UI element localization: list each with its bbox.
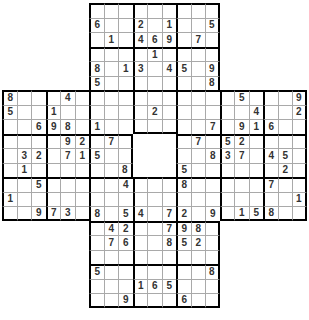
cell-r11c1[interactable] xyxy=(2,148,17,163)
cell-r10c1[interactable] xyxy=(2,134,17,149)
cell-r14c15[interactable] xyxy=(205,192,220,207)
cell-r1c14[interactable] xyxy=(191,3,206,18)
cell-r18c12[interactable] xyxy=(162,250,177,265)
cell-r8c17[interactable] xyxy=(234,105,249,120)
cell-r7c12[interactable] xyxy=(162,90,177,105)
center-hole-cell xyxy=(133,134,148,149)
cell-r7c6[interactable] xyxy=(75,90,90,105)
given-cell-r2c10: 2 xyxy=(133,18,148,33)
cell-r18c11[interactable] xyxy=(147,250,162,265)
cell-r14c4[interactable] xyxy=(46,192,61,207)
cell-r9c8[interactable] xyxy=(104,119,119,134)
outside-cell xyxy=(292,293,307,308)
cell-r18c14[interactable] xyxy=(191,250,206,265)
cell-r2c9[interactable] xyxy=(118,18,133,33)
cell-r19c8[interactable] xyxy=(104,264,119,279)
cell-r8c20[interactable] xyxy=(278,105,293,120)
cell-r21c8[interactable] xyxy=(104,293,119,308)
cell-r10c21[interactable] xyxy=(292,134,307,149)
outside-cell xyxy=(17,61,32,76)
cell-r12c1[interactable] xyxy=(2,163,17,178)
cell-r15c21[interactable] xyxy=(292,206,307,221)
outside-cell xyxy=(17,250,32,265)
cell-r15c8[interactable] xyxy=(104,206,119,221)
given-cell-r21c13: 6 xyxy=(176,293,191,308)
cell-r7c4[interactable] xyxy=(46,90,61,105)
given-cell-r14c21: 1 xyxy=(292,192,307,207)
cell-r14c8[interactable] xyxy=(104,192,119,207)
cell-r7c11[interactable] xyxy=(147,90,162,105)
outside-cell xyxy=(292,264,307,279)
cell-r14c6[interactable] xyxy=(75,192,90,207)
cell-r8c19[interactable] xyxy=(263,105,278,120)
cell-r18c13[interactable] xyxy=(176,250,191,265)
cell-r7c15[interactable] xyxy=(205,90,220,105)
outside-cell xyxy=(46,76,61,91)
given-cell-r11c6: 1 xyxy=(75,148,90,163)
cell-r21c15[interactable] xyxy=(205,293,220,308)
cell-r11c21[interactable] xyxy=(292,148,307,163)
cell-r14c18[interactable] xyxy=(249,192,264,207)
cell-r4c14[interactable] xyxy=(191,47,206,62)
outside-cell xyxy=(17,221,32,236)
cell-r11c8[interactable] xyxy=(104,148,119,163)
given-cell-r7c1: 8 xyxy=(2,90,17,105)
given-cell-r16c9: 2 xyxy=(118,221,133,236)
cell-r13c8[interactable] xyxy=(104,177,119,192)
cell-r8c5[interactable] xyxy=(60,105,75,120)
cell-r19c10[interactable] xyxy=(133,264,148,279)
cell-r15c14[interactable] xyxy=(191,206,206,221)
cell-r5c14[interactable] xyxy=(191,61,206,76)
cell-r20c9[interactable] xyxy=(118,279,133,294)
cell-r11c9[interactable] xyxy=(118,148,133,163)
given-cell-r21c9: 9 xyxy=(118,293,133,308)
cell-r15c1[interactable] xyxy=(2,206,17,221)
outside-cell xyxy=(17,293,32,308)
cell-r10c15[interactable] xyxy=(205,134,220,149)
cell-r4c7[interactable] xyxy=(89,47,104,62)
cell-r13c17[interactable] xyxy=(234,177,249,192)
cell-r12c6[interactable] xyxy=(75,163,90,178)
cell-r6c12[interactable] xyxy=(162,76,177,91)
outside-cell xyxy=(60,279,75,294)
cell-r12c19[interactable] xyxy=(263,163,278,178)
cell-r13c6[interactable] xyxy=(75,177,90,192)
outside-cell xyxy=(220,76,235,91)
cell-r12c18[interactable] xyxy=(249,163,264,178)
cell-r1c10[interactable] xyxy=(133,3,148,18)
cell-r5c8[interactable] xyxy=(104,61,119,76)
cell-r14c19[interactable] xyxy=(263,192,278,207)
cell-r8c9[interactable] xyxy=(118,105,133,120)
cell-r13c18[interactable] xyxy=(249,177,264,192)
cell-r9c21[interactable] xyxy=(292,119,307,134)
cell-r19c11[interactable] xyxy=(147,264,162,279)
cell-r6c8[interactable] xyxy=(104,76,119,91)
cell-r1c7[interactable] xyxy=(89,3,104,18)
cell-r13c20[interactable] xyxy=(278,177,293,192)
outside-cell xyxy=(292,250,307,265)
outside-cell xyxy=(31,235,46,250)
outside-cell xyxy=(17,235,32,250)
cell-r12c3[interactable] xyxy=(31,163,46,178)
given-cell-r15c19: 8 xyxy=(263,206,278,221)
cell-r1c8[interactable] xyxy=(104,3,119,18)
outside-cell xyxy=(2,61,17,76)
cell-r9c1[interactable] xyxy=(2,119,17,134)
cell-r13c21[interactable] xyxy=(292,177,307,192)
cell-r13c16[interactable] xyxy=(220,177,235,192)
cell-r15c2[interactable] xyxy=(17,206,32,221)
outside-cell xyxy=(263,235,278,250)
cell-r14c7[interactable] xyxy=(89,192,104,207)
outside-cell xyxy=(17,76,32,91)
outside-cell xyxy=(220,3,235,18)
cell-r9c2[interactable] xyxy=(17,119,32,134)
cell-r7c9[interactable] xyxy=(118,90,133,105)
cell-r9c10[interactable] xyxy=(133,119,148,134)
outside-cell xyxy=(220,293,235,308)
cell-r14c5[interactable] xyxy=(60,192,75,207)
cell-r9c16[interactable] xyxy=(220,119,235,134)
given-cell-r2c15: 5 xyxy=(205,18,220,33)
given-cell-r16c14: 8 xyxy=(191,221,206,236)
cell-r7c2[interactable] xyxy=(17,90,32,105)
cell-r13c12[interactable] xyxy=(162,177,177,192)
given-cell-r7c21: 9 xyxy=(292,90,307,105)
outside-cell xyxy=(234,264,249,279)
cell-r15c11[interactable] xyxy=(147,206,162,221)
cell-r8c3[interactable] xyxy=(31,105,46,120)
outside-cell xyxy=(2,235,17,250)
cell-r17c11[interactable] xyxy=(147,235,162,250)
cell-r6c10[interactable] xyxy=(133,76,148,91)
cell-r11c4[interactable] xyxy=(46,148,61,163)
cell-r13c14[interactable] xyxy=(191,177,206,192)
cell-r7c13[interactable] xyxy=(176,90,191,105)
cell-r13c15[interactable] xyxy=(205,177,220,192)
outside-cell xyxy=(220,235,235,250)
cell-r8c7[interactable] xyxy=(89,105,104,120)
cell-r11c14[interactable] xyxy=(191,148,206,163)
cell-r4c8[interactable] xyxy=(104,47,119,62)
given-cell-r15c9: 5 xyxy=(118,206,133,221)
outside-cell xyxy=(60,293,75,308)
cell-r3c13[interactable] xyxy=(176,32,191,47)
cell-r20c7[interactable] xyxy=(89,279,104,294)
cell-r12c8[interactable] xyxy=(104,163,119,178)
cell-r13c2[interactable] xyxy=(17,177,32,192)
given-cell-r9c19: 6 xyxy=(263,119,278,134)
cell-r9c14[interactable] xyxy=(191,119,206,134)
given-cell-r3c8: 1 xyxy=(104,32,119,47)
cell-r16c7[interactable] xyxy=(89,221,104,236)
cell-r21c12[interactable] xyxy=(162,293,177,308)
given-cell-r15c13: 2 xyxy=(176,206,191,221)
cell-r7c18[interactable] xyxy=(249,90,264,105)
given-cell-r17c8: 7 xyxy=(104,235,119,250)
given-cell-r15c12: 7 xyxy=(162,206,177,221)
outside-cell xyxy=(263,76,278,91)
cell-r1c12[interactable] xyxy=(162,3,177,18)
outside-cell xyxy=(75,279,90,294)
outside-cell xyxy=(17,18,32,33)
cell-r13c1[interactable] xyxy=(2,177,17,192)
given-cell-r19c7: 5 xyxy=(89,264,104,279)
cell-r6c11[interactable] xyxy=(147,76,162,91)
cell-r18c9[interactable] xyxy=(118,250,133,265)
cell-r9c9[interactable] xyxy=(118,119,133,134)
cell-r9c20[interactable] xyxy=(278,119,293,134)
outside-cell xyxy=(31,32,46,47)
cell-r9c11[interactable] xyxy=(147,119,162,134)
outside-cell xyxy=(220,264,235,279)
outside-cell xyxy=(278,279,293,294)
cell-r10c2[interactable] xyxy=(17,134,32,149)
cell-r2c8[interactable] xyxy=(104,18,119,33)
cell-r8c12[interactable] xyxy=(162,105,177,120)
cell-r7c10[interactable] xyxy=(133,90,148,105)
cell-r7c3[interactable] xyxy=(31,90,46,105)
cell-r14c13[interactable] xyxy=(176,192,191,207)
cell-r9c6[interactable] xyxy=(75,119,90,134)
cell-r12c16[interactable] xyxy=(220,163,235,178)
given-cell-r20c11: 6 xyxy=(147,279,162,294)
cell-r14c16[interactable] xyxy=(220,192,235,207)
given-cell-r16c8: 4 xyxy=(104,221,119,236)
cell-r14c12[interactable] xyxy=(162,192,177,207)
cell-r7c14[interactable] xyxy=(191,90,206,105)
cell-r8c14[interactable] xyxy=(191,105,206,120)
outside-cell xyxy=(234,3,249,18)
cell-r8c15[interactable] xyxy=(205,105,220,120)
cell-r20c13[interactable] xyxy=(176,279,191,294)
cell-r7c20[interactable] xyxy=(278,90,293,105)
cell-r15c6[interactable] xyxy=(75,206,90,221)
cell-r13c7[interactable] xyxy=(89,177,104,192)
given-cell-r10c5: 9 xyxy=(60,134,75,149)
cell-r14c17[interactable] xyxy=(234,192,249,207)
cell-r14c14[interactable] xyxy=(191,192,206,207)
cell-r8c13[interactable] xyxy=(176,105,191,120)
cell-r16c15[interactable] xyxy=(205,221,220,236)
cell-r4c10[interactable] xyxy=(133,47,148,62)
cell-r17c10[interactable] xyxy=(133,235,148,250)
given-cell-r14c1: 1 xyxy=(2,192,17,207)
cell-r6c14[interactable] xyxy=(191,76,206,91)
outside-cell xyxy=(220,61,235,76)
cell-r1c15[interactable] xyxy=(205,3,220,18)
outside-cell xyxy=(75,47,90,62)
given-cell-r9c17: 9 xyxy=(234,119,249,134)
cell-r1c13[interactable] xyxy=(176,3,191,18)
given-cell-r15c17: 1 xyxy=(234,206,249,221)
cell-r13c5[interactable] xyxy=(60,177,75,192)
cell-r2c13[interactable] xyxy=(176,18,191,33)
cell-r12c4[interactable] xyxy=(46,163,61,178)
cell-r19c14[interactable] xyxy=(191,264,206,279)
cell-r10c4[interactable] xyxy=(46,134,61,149)
cell-r20c15[interactable] xyxy=(205,279,220,294)
cell-r6c13[interactable] xyxy=(176,76,191,91)
given-cell-r15c15: 9 xyxy=(205,206,220,221)
given-cell-r16c13: 9 xyxy=(176,221,191,236)
outside-cell xyxy=(46,32,61,47)
outside-cell xyxy=(263,250,278,265)
cell-r8c2[interactable] xyxy=(17,105,32,120)
cell-r1c11[interactable] xyxy=(147,3,162,18)
outside-cell xyxy=(75,3,90,18)
cell-r15c16[interactable] xyxy=(220,206,235,221)
cell-r13c11[interactable] xyxy=(147,177,162,192)
cell-r17c7[interactable] xyxy=(89,235,104,250)
cell-r8c6[interactable] xyxy=(75,105,90,120)
cell-r16c10[interactable] xyxy=(133,221,148,236)
given-cell-r17c12: 8 xyxy=(162,235,177,250)
outside-cell xyxy=(60,61,75,76)
cell-r21c11[interactable] xyxy=(147,293,162,308)
given-cell-r2c7: 6 xyxy=(89,18,104,33)
cell-r16c11[interactable] xyxy=(147,221,162,236)
cell-r3c9[interactable] xyxy=(118,32,133,47)
cell-r4c15[interactable] xyxy=(205,47,220,62)
outside-cell xyxy=(234,61,249,76)
given-cell-r3c11: 6 xyxy=(147,32,162,47)
outside-cell xyxy=(249,47,264,62)
cell-r10c19[interactable] xyxy=(263,134,278,149)
outside-cell xyxy=(220,32,235,47)
cell-r12c15[interactable] xyxy=(205,163,220,178)
cell-r14c2[interactable] xyxy=(17,192,32,207)
cell-r18c7[interactable] xyxy=(89,250,104,265)
cell-r11c18[interactable] xyxy=(249,148,264,163)
cell-r20c8[interactable] xyxy=(104,279,119,294)
cell-r7c8[interactable] xyxy=(104,90,119,105)
outside-cell xyxy=(263,18,278,33)
cell-r19c12[interactable] xyxy=(162,264,177,279)
cell-r18c8[interactable] xyxy=(104,250,119,265)
cell-r12c21[interactable] xyxy=(292,163,307,178)
cell-r19c13[interactable] xyxy=(176,264,191,279)
given-cell-r11c17: 7 xyxy=(234,148,249,163)
cell-r1c9[interactable] xyxy=(118,3,133,18)
outside-cell xyxy=(220,221,235,236)
outside-cell xyxy=(292,18,307,33)
given-cell-r10c17: 2 xyxy=(234,134,249,149)
outside-cell xyxy=(249,3,264,18)
cell-r4c12[interactable] xyxy=(162,47,177,62)
cell-r10c3[interactable] xyxy=(31,134,46,149)
cell-r14c10[interactable] xyxy=(133,192,148,207)
cell-r6c9[interactable] xyxy=(118,76,133,91)
cell-r10c20[interactable] xyxy=(278,134,293,149)
cell-r2c14[interactable] xyxy=(191,18,206,33)
cell-r3c15[interactable] xyxy=(205,32,220,47)
outside-cell xyxy=(75,293,90,308)
cell-r18c10[interactable] xyxy=(133,250,148,265)
cell-r14c9[interactable] xyxy=(118,192,133,207)
outside-cell xyxy=(2,264,17,279)
outside-cell xyxy=(60,3,75,18)
given-cell-r3c14: 7 xyxy=(191,32,206,47)
cell-r12c7[interactable] xyxy=(89,163,104,178)
outside-cell xyxy=(249,264,264,279)
outside-cell xyxy=(75,221,90,236)
cell-r10c7[interactable] xyxy=(89,134,104,149)
cell-r7c16[interactable] xyxy=(220,90,235,105)
center-hole-cell xyxy=(133,163,148,178)
cell-r12c14[interactable] xyxy=(191,163,206,178)
given-cell-r9c7: 1 xyxy=(89,119,104,134)
cell-r9c13[interactable] xyxy=(176,119,191,134)
outside-cell xyxy=(2,250,17,265)
given-cell-r11c3: 2 xyxy=(31,148,46,163)
cell-r21c10[interactable] xyxy=(133,293,148,308)
outside-cell xyxy=(31,18,46,33)
outside-cell xyxy=(249,279,264,294)
outside-cell xyxy=(220,250,235,265)
outside-cell xyxy=(234,279,249,294)
sudoku-board: 6215146971813459588459512426981791692775… xyxy=(2,3,307,308)
cell-r13c4[interactable] xyxy=(46,177,61,192)
cell-r4c9[interactable] xyxy=(118,47,133,62)
cell-r18c15[interactable] xyxy=(205,250,220,265)
cell-r5c11[interactable] xyxy=(147,61,162,76)
cell-r4c13[interactable] xyxy=(176,47,191,62)
cell-r2c11[interactable] xyxy=(147,18,162,33)
cell-r13c10[interactable] xyxy=(133,177,148,192)
cell-r7c19[interactable] xyxy=(263,90,278,105)
cell-r3c7[interactable] xyxy=(89,32,104,47)
cell-r12c5[interactable] xyxy=(60,163,75,178)
cell-r21c14[interactable] xyxy=(191,293,206,308)
cell-r9c12[interactable] xyxy=(162,119,177,134)
outside-cell xyxy=(60,18,75,33)
given-cell-r17c14: 2 xyxy=(191,235,206,250)
given-cell-r8c1: 5 xyxy=(2,105,17,120)
cell-r10c9[interactable] xyxy=(118,134,133,149)
cell-r14c20[interactable] xyxy=(278,192,293,207)
given-cell-r16c12: 7 xyxy=(162,221,177,236)
cell-r10c13[interactable] xyxy=(176,134,191,149)
cell-r15c20[interactable] xyxy=(278,206,293,221)
cell-r14c3[interactable] xyxy=(31,192,46,207)
cell-r20c14[interactable] xyxy=(191,279,206,294)
cell-r8c8[interactable] xyxy=(104,105,119,120)
outside-cell xyxy=(46,250,61,265)
cell-r14c11[interactable] xyxy=(147,192,162,207)
cell-r17c15[interactable] xyxy=(205,235,220,250)
outside-cell xyxy=(2,18,17,33)
outside-cell xyxy=(249,18,264,33)
cell-r7c7[interactable] xyxy=(89,90,104,105)
cell-r8c10[interactable] xyxy=(133,105,148,120)
given-cell-r13c3: 5 xyxy=(31,177,46,192)
outside-cell xyxy=(234,250,249,265)
cell-r10c18[interactable] xyxy=(249,134,264,149)
outside-cell xyxy=(46,293,61,308)
outside-cell xyxy=(249,250,264,265)
outside-cell xyxy=(46,61,61,76)
cell-r8c16[interactable] xyxy=(220,105,235,120)
outside-cell xyxy=(31,293,46,308)
outside-cell xyxy=(278,235,293,250)
cell-r12c17[interactable] xyxy=(234,163,249,178)
cell-r21c7[interactable] xyxy=(89,293,104,308)
cell-r11c13[interactable] xyxy=(176,148,191,163)
cell-r19c9[interactable] xyxy=(118,264,133,279)
